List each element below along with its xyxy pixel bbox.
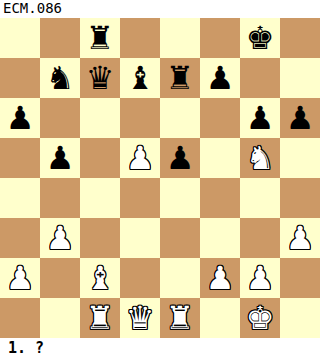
square-d1[interactable]: ♛ xyxy=(120,298,160,338)
square-g2[interactable]: ♟ xyxy=(240,258,280,298)
piece-black-rook: ♜ xyxy=(86,22,115,54)
square-e7[interactable]: ♜ xyxy=(160,58,200,98)
square-f4[interactable] xyxy=(200,178,240,218)
square-a8[interactable] xyxy=(0,18,40,58)
piece-white-pawn: ♟ xyxy=(286,222,315,254)
square-d7[interactable]: ♝ xyxy=(120,58,160,98)
square-h3[interactable]: ♟ xyxy=(280,218,320,258)
square-b1[interactable] xyxy=(40,298,80,338)
square-d5[interactable]: ♟ xyxy=(120,138,160,178)
square-h6[interactable]: ♟ xyxy=(280,98,320,138)
piece-white-pawn: ♟ xyxy=(6,262,35,294)
piece-black-knight: ♞ xyxy=(46,62,75,94)
square-g5[interactable]: ♞ xyxy=(240,138,280,178)
square-b7[interactable]: ♞ xyxy=(40,58,80,98)
piece-white-knight: ♞ xyxy=(246,142,275,174)
square-a6[interactable]: ♟ xyxy=(0,98,40,138)
square-f2[interactable]: ♟ xyxy=(200,258,240,298)
piece-black-pawn: ♟ xyxy=(46,142,75,174)
piece-white-pawn: ♟ xyxy=(246,262,275,294)
square-e3[interactable] xyxy=(160,218,200,258)
square-h4[interactable] xyxy=(280,178,320,218)
square-b5[interactable]: ♟ xyxy=(40,138,80,178)
square-d4[interactable] xyxy=(120,178,160,218)
square-d8[interactable] xyxy=(120,18,160,58)
square-c6[interactable] xyxy=(80,98,120,138)
square-c4[interactable] xyxy=(80,178,120,218)
square-e2[interactable] xyxy=(160,258,200,298)
piece-white-pawn: ♟ xyxy=(206,262,235,294)
piece-black-rook: ♜ xyxy=(166,62,195,94)
square-f8[interactable] xyxy=(200,18,240,58)
square-g8[interactable]: ♚ xyxy=(240,18,280,58)
square-c5[interactable] xyxy=(80,138,120,178)
square-d6[interactable] xyxy=(120,98,160,138)
square-h1[interactable] xyxy=(280,298,320,338)
square-g4[interactable] xyxy=(240,178,280,218)
piece-black-pawn: ♟ xyxy=(246,102,275,134)
square-c2[interactable]: ♝ xyxy=(80,258,120,298)
piece-black-pawn: ♟ xyxy=(206,62,235,94)
piece-black-pawn: ♟ xyxy=(166,142,195,174)
square-c7[interactable]: ♛ xyxy=(80,58,120,98)
square-b6[interactable] xyxy=(40,98,80,138)
square-g1[interactable]: ♚ xyxy=(240,298,280,338)
square-b2[interactable] xyxy=(40,258,80,298)
square-h5[interactable] xyxy=(280,138,320,178)
square-e6[interactable] xyxy=(160,98,200,138)
square-b4[interactable] xyxy=(40,178,80,218)
page-title: ECM.086 xyxy=(0,0,320,18)
piece-white-pawn: ♟ xyxy=(126,142,155,174)
square-a4[interactable] xyxy=(0,178,40,218)
square-e5[interactable]: ♟ xyxy=(160,138,200,178)
square-e8[interactable] xyxy=(160,18,200,58)
square-h7[interactable] xyxy=(280,58,320,98)
chess-board: ♜♚♞♛♝♜♟♟♟♟♟♟♟♞♟♟♟♝♟♟♜♛♜♚ xyxy=(0,18,320,338)
square-c8[interactable]: ♜ xyxy=(80,18,120,58)
square-g6[interactable]: ♟ xyxy=(240,98,280,138)
square-a7[interactable] xyxy=(0,58,40,98)
square-b8[interactable] xyxy=(40,18,80,58)
square-e1[interactable]: ♜ xyxy=(160,298,200,338)
square-a2[interactable]: ♟ xyxy=(0,258,40,298)
square-h2[interactable] xyxy=(280,258,320,298)
piece-white-rook: ♜ xyxy=(86,302,115,334)
square-f6[interactable] xyxy=(200,98,240,138)
square-f3[interactable] xyxy=(200,218,240,258)
piece-black-pawn: ♟ xyxy=(286,102,315,134)
square-c1[interactable]: ♜ xyxy=(80,298,120,338)
move-prompt: 1. ? xyxy=(0,338,320,360)
square-e4[interactable] xyxy=(160,178,200,218)
square-d2[interactable] xyxy=(120,258,160,298)
piece-white-bishop: ♝ xyxy=(86,262,115,294)
square-c3[interactable] xyxy=(80,218,120,258)
piece-white-pawn: ♟ xyxy=(46,222,75,254)
square-a1[interactable] xyxy=(0,298,40,338)
square-b3[interactable]: ♟ xyxy=(40,218,80,258)
square-f1[interactable] xyxy=(200,298,240,338)
square-g7[interactable] xyxy=(240,58,280,98)
square-h8[interactable] xyxy=(280,18,320,58)
square-a3[interactable] xyxy=(0,218,40,258)
piece-white-king: ♚ xyxy=(246,302,275,334)
piece-black-king: ♚ xyxy=(246,22,275,54)
piece-black-bishop: ♝ xyxy=(126,62,155,94)
piece-black-queen: ♛ xyxy=(86,62,115,94)
square-a5[interactable] xyxy=(0,138,40,178)
chess-puzzle-page: ECM.086 ♜♚♞♛♝♜♟♟♟♟♟♟♟♞♟♟♟♝♟♟♜♛♜♚ 1. ? xyxy=(0,0,320,360)
square-g3[interactable] xyxy=(240,218,280,258)
piece-white-rook: ♜ xyxy=(166,302,195,334)
piece-white-queen: ♛ xyxy=(126,302,155,334)
square-d3[interactable] xyxy=(120,218,160,258)
square-f7[interactable]: ♟ xyxy=(200,58,240,98)
square-f5[interactable] xyxy=(200,138,240,178)
piece-black-pawn: ♟ xyxy=(6,102,35,134)
